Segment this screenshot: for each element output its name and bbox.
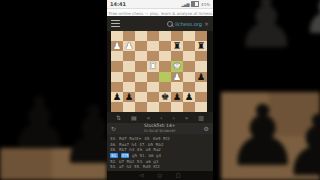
square-c8[interactable] [135, 31, 147, 41]
square-h1[interactable] [195, 102, 207, 112]
piece-white-pawn[interactable]: ♟ [125, 41, 134, 51]
square-f8[interactable] [171, 31, 183, 41]
square-c5[interactable] [135, 61, 147, 71]
move-token[interactable]: Rxa7 [119, 142, 129, 147]
square-g8[interactable] [183, 31, 195, 41]
square-h5[interactable] [195, 61, 207, 71]
search-text: lichess.org [175, 21, 202, 27]
square-d4[interactable] [147, 72, 159, 82]
square-h3[interactable] [195, 82, 207, 92]
square-h7[interactable]: ♜ [195, 41, 207, 51]
move-token[interactable]: Rd5 [143, 164, 151, 169]
piece-black-pawn[interactable]: ♟ [113, 92, 122, 102]
piece-black-pawn[interactable]: ♟ [185, 92, 194, 102]
piece-black-pawn[interactable]: ♟ [125, 92, 134, 102]
move-token[interactable]: h3 [129, 147, 134, 152]
square-b5[interactable] [123, 61, 135, 71]
move-token[interactable]: Rb2 [126, 159, 134, 164]
square-d8[interactable] [147, 31, 159, 41]
move-token[interactable]: 52. [110, 159, 116, 164]
android-nav-bar: ◁○□ [107, 171, 213, 180]
square-g3[interactable] [183, 82, 195, 92]
square-a4[interactable] [111, 72, 123, 82]
android-home-icon[interactable]: ○ [157, 173, 161, 178]
piece-white-pawn[interactable]: ♟ [173, 72, 182, 82]
square-b2[interactable]: ♟ [123, 92, 135, 102]
signal-icon: ▂▄▆ [181, 2, 189, 7]
board-toolbar: ⇅▤«‹›»▥ [107, 112, 213, 123]
background-blur-right: ♟ ♟ ♟ ♟ [213, 0, 320, 180]
piece-black-rook[interactable]: ♜ [197, 41, 206, 51]
move-token[interactable]: g3 [153, 159, 158, 164]
engine-bar: ↻ Stockfish 14+ in local browser ⚙ [107, 123, 213, 134]
square-f3[interactable] [171, 82, 183, 92]
move-token[interactable]: Rxf4+ [129, 136, 141, 141]
move-token[interactable]: 54. [110, 164, 116, 169]
square-c4[interactable] [135, 72, 147, 82]
square-a7[interactable]: ♟ [111, 41, 123, 51]
move-token[interactable]: 47. [139, 142, 145, 147]
move-token[interactable]: 49. [137, 147, 143, 152]
flip-board-icon[interactable]: ⇅ [116, 114, 121, 121]
square-d1[interactable] [147, 102, 159, 112]
move-token[interactable]: 48. [110, 147, 116, 152]
square-f4[interactable]: ♟ [171, 72, 183, 82]
piece-black-pawn[interactable]: ♟ [173, 92, 182, 102]
clock-time: 14:41 [110, 1, 126, 7]
square-h8[interactable] [195, 31, 207, 41]
piece-black-rook[interactable]: ♜ [173, 41, 182, 51]
menu-icon[interactable] [111, 20, 120, 27]
move-token[interactable]: a7 [119, 164, 124, 169]
square-f6[interactable] [171, 51, 183, 61]
square-e7[interactable] [159, 41, 171, 51]
close-icon[interactable]: × [204, 21, 209, 27]
go-first-icon[interactable]: « [147, 114, 151, 121]
background-blur-left: ♟ ♟ [0, 0, 107, 180]
android-back-icon[interactable]: ◁ [140, 173, 144, 178]
engine-refresh-icon[interactable]: ↻ [111, 125, 116, 132]
square-d7[interactable] [147, 41, 159, 51]
square-b6[interactable] [123, 51, 135, 61]
square-e8[interactable] [159, 31, 171, 41]
square-b3[interactable] [123, 82, 135, 92]
explorer-book-icon[interactable]: ▤ [131, 114, 137, 121]
app-bar: lichess.org × [107, 16, 213, 31]
battery-percent: 41% [201, 2, 210, 7]
bg-black-pawn-icon: ♟ [58, 96, 107, 176]
analysis-chart-icon[interactable]: ▥ [198, 114, 204, 121]
move-token[interactable]: Ke5 [153, 136, 160, 141]
square-f5[interactable]: ♚ [171, 61, 183, 71]
square-d3[interactable] [147, 82, 159, 92]
background-left-strip: ♟ ♟ [0, 0, 107, 180]
square-g7[interactable] [183, 41, 195, 51]
bg-black-pawn-icon: ♟ [235, 0, 298, 58]
move-token[interactable]: 55. [134, 164, 140, 169]
move-token[interactable]: Kf2 [153, 164, 160, 169]
engine-subtitle: in local browser [144, 129, 176, 133]
square-g6[interactable] [183, 51, 195, 61]
square-b8[interactable] [123, 31, 135, 41]
move-token[interactable]: h4 [132, 142, 137, 147]
square-g1[interactable] [183, 102, 195, 112]
android-recents-icon[interactable]: □ [176, 173, 181, 178]
move-token[interactable]: b5 [148, 142, 153, 147]
piece-white-king[interactable]: ♚ [173, 61, 182, 71]
move-token[interactable]: 46. [110, 142, 116, 147]
square-c1[interactable] [135, 102, 147, 112]
bg-black-pawn-icon: ♟ [281, 104, 320, 180]
bg-gray-pawn-icon: ♟ [301, 0, 320, 42]
square-a8[interactable] [111, 31, 123, 41]
move-list: 44.Rd7Rxf4+45.Ke5Rf246.Rxa7h447.b5Rb248.… [107, 134, 213, 171]
current-move[interactable]: 50. [110, 153, 118, 158]
square-g2[interactable]: ♟ [183, 92, 195, 102]
move-token[interactable]: 53. [137, 159, 143, 164]
square-e5[interactable] [159, 61, 171, 71]
engine-info: Stockfish 14+ in local browser [144, 124, 176, 133]
square-c6[interactable] [135, 51, 147, 61]
square-e2[interactable]: ♚ [159, 92, 171, 102]
square-c7[interactable] [135, 41, 147, 51]
go-forward-icon[interactable]: › [172, 114, 174, 121]
square-e1[interactable] [159, 102, 171, 112]
piece-black-pawn[interactable]: ♟ [197, 72, 206, 82]
square-a5[interactable] [111, 61, 123, 71]
square-d5[interactable]: ♜ [147, 61, 159, 71]
piece-black-king[interactable]: ♚ [161, 92, 170, 102]
video-frame: ♟ ♟ ♟ ♟ ♟ ♟ 14:41 ▂▄▆ 41% Ad · Free onli… [0, 0, 320, 180]
square-h6[interactable] [195, 51, 207, 61]
move-token[interactable]: b6 [148, 153, 153, 158]
current-move[interactable]: Kf5 [121, 153, 130, 158]
move-token[interactable]: a5 [146, 147, 151, 152]
battery-icon [191, 1, 199, 7]
move-token[interactable]: g4 [156, 153, 161, 158]
square-f7[interactable]: ♜ [171, 41, 183, 51]
search-box[interactable]: lichess.org × [167, 21, 209, 27]
square-b7[interactable]: ♟ [123, 41, 135, 51]
piece-white-pawn[interactable]: ♟ [113, 41, 122, 51]
square-f2[interactable]: ♟ [171, 92, 183, 102]
move-token[interactable]: Rb2 [156, 142, 164, 147]
square-c2[interactable] [135, 92, 147, 102]
gear-icon[interactable]: ⚙ [204, 125, 209, 132]
square-d6[interactable] [147, 51, 159, 61]
square-g5[interactable] [183, 61, 195, 71]
status-bar: 14:41 ▂▄▆ 41% [107, 0, 213, 8]
move-token[interactable]: Rb7 [119, 147, 127, 152]
piece-white-rook[interactable]: ♜ [149, 61, 158, 71]
square-e3[interactable] [159, 82, 171, 92]
move-token[interactable]: a6 [146, 159, 151, 164]
square-a1[interactable] [111, 102, 123, 112]
phone-screenshot: 14:41 ▂▄▆ 41% Ad · Free online chess — p… [107, 0, 213, 180]
square-e4[interactable] [159, 72, 171, 82]
notice-text: Ad · Free online chess — play, learn & a… [107, 11, 213, 16]
go-back-icon[interactable]: ‹ [160, 114, 162, 121]
move-token[interactable]: Rf2 [163, 136, 170, 141]
square-b1[interactable] [123, 102, 135, 112]
square-e6[interactable] [159, 51, 171, 61]
go-last-icon[interactable]: » [185, 114, 189, 121]
square-a3[interactable] [111, 82, 123, 92]
square-a6[interactable] [111, 51, 123, 61]
square-g4[interactable] [183, 72, 195, 82]
square-h4[interactable]: ♟ [195, 72, 207, 82]
move-token[interactable]: g5 [132, 153, 137, 158]
move-token[interactable]: Rd7 [119, 136, 127, 141]
square-d2[interactable] [147, 92, 159, 102]
move-token[interactable]: 44. [110, 136, 116, 141]
square-b4[interactable] [123, 72, 135, 82]
square-f1[interactable] [171, 102, 183, 112]
move-token[interactable]: b7 [119, 159, 124, 164]
chess-board[interactable]: ♟♟♜♜♜♚♟♟♟♟♚♟♟ [111, 31, 207, 112]
move-token[interactable]: 51. [140, 153, 146, 158]
move-token[interactable]: Ra2 [153, 147, 161, 152]
square-a2[interactable]: ♟ [111, 92, 123, 102]
background-right-strip: ♟ ♟ ♟ ♟ [213, 0, 320, 180]
move-token[interactable]: h2 [126, 164, 131, 169]
search-icon [167, 21, 173, 27]
square-c3[interactable] [135, 82, 147, 92]
move-line: 54.a7h255.Rd5Kf2 [110, 164, 210, 170]
move-token[interactable]: 45. [144, 136, 150, 141]
square-h2[interactable] [195, 92, 207, 102]
